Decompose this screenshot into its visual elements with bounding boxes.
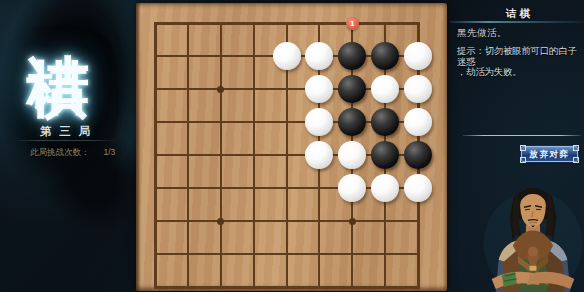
button-corner-ornament — [520, 157, 526, 163]
white-stone — [338, 141, 366, 169]
attempts-counter: 此局挑战次数： 1/3 — [30, 147, 126, 159]
round-label: 第三局 — [0, 124, 130, 139]
black-stone — [338, 75, 366, 103]
left-panel: 诘棋 第三局 此局挑战次数： 1/3 — [0, 0, 130, 292]
star-point — [217, 218, 224, 225]
white-stone — [305, 42, 333, 70]
star-point — [349, 218, 356, 225]
puzzle-hint: 提示：切勿被眼前可口的白子迷惑 ，劫活为失败。 — [457, 46, 583, 78]
white-stone — [371, 75, 399, 103]
white-stone — [404, 75, 432, 103]
black-stone — [338, 42, 366, 70]
game-screen: 诘棋 第三局 此局挑战次数： 1/3 1 诘棋 黑先做活。 提示：切勿被眼前可口… — [0, 0, 584, 292]
button-corner-ornament — [573, 145, 579, 151]
puzzle-objective: 黑先做活。 — [457, 27, 507, 40]
attempts-label: 此局挑战次数： — [30, 147, 90, 159]
button-corner-ornament — [520, 145, 526, 151]
hint-line-1: 提示：切勿被眼前可口的白子迷惑 — [457, 46, 583, 67]
white-stone — [305, 75, 333, 103]
character-portrait — [482, 181, 584, 292]
black-stone — [338, 108, 366, 136]
hint-line-2: ，劫活为失败。 — [457, 67, 583, 78]
give-up-button[interactable]: 放弃对弈 — [521, 146, 578, 162]
go-board[interactable]: 1 — [136, 3, 447, 291]
move-1-marker: 1 — [346, 17, 359, 30]
black-stone — [404, 141, 432, 169]
white-stone — [404, 174, 432, 202]
white-stone — [404, 42, 432, 70]
white-stone — [371, 174, 399, 202]
panel-divider — [463, 135, 581, 136]
button-corner-ornament — [573, 157, 579, 163]
white-stone — [338, 174, 366, 202]
grid-line-horizontal — [154, 253, 420, 255]
grid-line-horizontal — [154, 220, 420, 222]
white-stone — [404, 108, 432, 136]
white-stone — [273, 42, 301, 70]
round-divider — [13, 140, 117, 141]
star-point — [217, 86, 224, 93]
board-grid[interactable]: 1 — [155, 23, 418, 287]
black-stone — [371, 42, 399, 70]
panel-title: 诘棋 — [455, 7, 584, 21]
grid-line-horizontal — [154, 286, 420, 289]
black-stone — [371, 141, 399, 169]
attempts-value: 1/3 — [104, 147, 116, 159]
panel-title-underline — [450, 21, 584, 23]
white-stone — [305, 141, 333, 169]
white-stone — [305, 108, 333, 136]
puzzle-calligraphy-title: 诘棋 — [24, 4, 92, 189]
black-stone — [371, 108, 399, 136]
